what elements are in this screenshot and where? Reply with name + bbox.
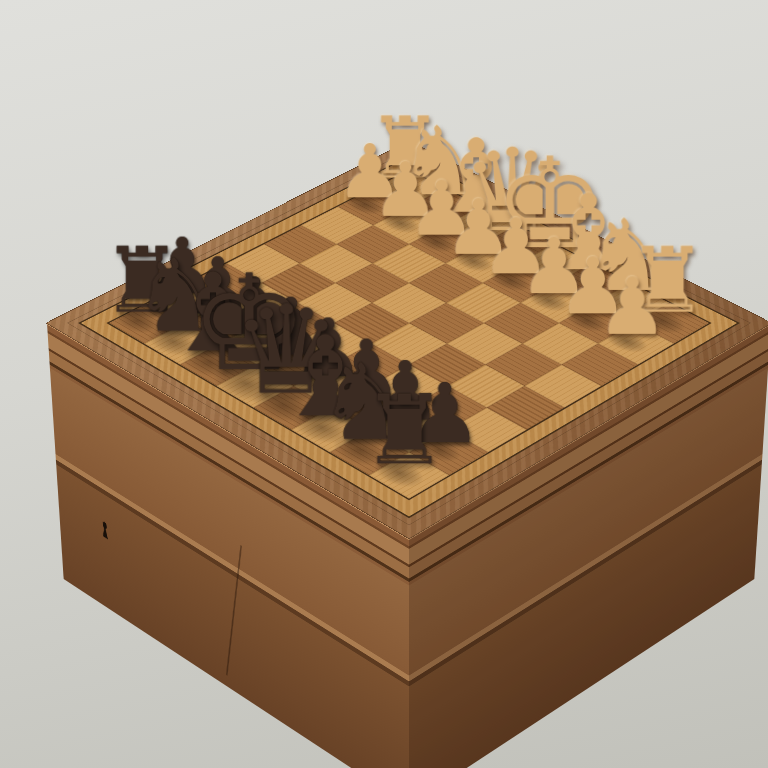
keyhole	[100, 519, 109, 541]
square-a8[interactable]: ♜	[369, 452, 449, 498]
square-a2[interactable]: ♟	[598, 323, 674, 365]
piece-black-rook[interactable]: ♜	[356, 382, 452, 478]
piece-white-pawn[interactable]: ♟	[593, 267, 672, 346]
games-table-top: ♜♞♝♛♚♝♞♜♟♟♟♟♟♟♟♟♟♟♟♟♟♟♟♟♜♞♝♚♛♝♞♜	[46, 141, 768, 540]
wood-crack-line	[226, 545, 242, 676]
photo-backdrop: ♜♞♝♛♚♝♞♜♟♟♟♟♟♟♟♟♟♟♟♟♟♟♟♟♜♞♝♚♛♝♞♜	[0, 0, 768, 768]
